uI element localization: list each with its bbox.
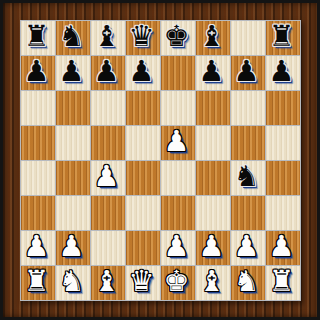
square-g2[interactable]: ♟ xyxy=(231,231,265,265)
square-f4[interactable] xyxy=(196,161,230,195)
piece-white-pawn-f2[interactable]: ♟ xyxy=(199,232,225,261)
piece-black-bishop-c8[interactable]: ♝ xyxy=(94,22,120,51)
piece-white-bishop-f1[interactable]: ♝ xyxy=(199,267,225,296)
piece-black-pawn-a7[interactable]: ♟ xyxy=(24,57,50,86)
square-f3[interactable] xyxy=(196,196,230,230)
piece-black-pawn-h7[interactable]: ♟ xyxy=(269,57,295,86)
piece-white-pawn-g2[interactable]: ♟ xyxy=(234,232,260,261)
square-h8[interactable]: ♜ xyxy=(266,21,300,55)
square-e8[interactable]: ♚ xyxy=(161,21,195,55)
piece-white-bishop-c1[interactable]: ♝ xyxy=(94,267,120,296)
square-b2[interactable]: ♟ xyxy=(56,231,90,265)
square-d8[interactable]: ♛ xyxy=(126,21,160,55)
square-e7[interactable] xyxy=(161,56,195,90)
square-f2[interactable]: ♟ xyxy=(196,231,230,265)
square-h4[interactable] xyxy=(266,161,300,195)
square-a7[interactable]: ♟ xyxy=(21,56,55,90)
square-g5[interactable] xyxy=(231,126,265,160)
square-e6[interactable] xyxy=(161,91,195,125)
square-a1[interactable]: ♜ xyxy=(21,266,55,300)
square-e3[interactable] xyxy=(161,196,195,230)
square-a3[interactable] xyxy=(21,196,55,230)
square-g4[interactable]: ♞ xyxy=(231,161,265,195)
square-f5[interactable] xyxy=(196,126,230,160)
piece-black-bishop-f8[interactable]: ♝ xyxy=(199,22,225,51)
square-e1[interactable]: ♚ xyxy=(161,266,195,300)
piece-black-rook-h8[interactable]: ♜ xyxy=(269,22,295,51)
square-f6[interactable] xyxy=(196,91,230,125)
square-d7[interactable]: ♟ xyxy=(126,56,160,90)
photo-frame: ♜♞♝♛♚♝♜♟♟♟♟♟♟♟♟♟♞♟♟♟♟♟♟♜♞♝♛♚♝♞♜ xyxy=(0,0,320,320)
piece-black-pawn-g7[interactable]: ♟ xyxy=(234,57,260,86)
piece-black-knight-b8[interactable]: ♞ xyxy=(59,22,85,51)
piece-white-knight-g1[interactable]: ♞ xyxy=(234,267,260,296)
piece-white-rook-h1[interactable]: ♜ xyxy=(269,267,295,296)
piece-white-pawn-e2[interactable]: ♟ xyxy=(164,232,190,261)
piece-black-rook-a8[interactable]: ♜ xyxy=(24,22,50,51)
square-a2[interactable]: ♟ xyxy=(21,231,55,265)
piece-white-pawn-c4[interactable]: ♟ xyxy=(94,162,120,191)
square-b5[interactable] xyxy=(56,126,90,160)
square-a8[interactable]: ♜ xyxy=(21,21,55,55)
square-h7[interactable]: ♟ xyxy=(266,56,300,90)
square-f7[interactable]: ♟ xyxy=(196,56,230,90)
square-f8[interactable]: ♝ xyxy=(196,21,230,55)
square-f1[interactable]: ♝ xyxy=(196,266,230,300)
square-c5[interactable] xyxy=(91,126,125,160)
square-c4[interactable]: ♟ xyxy=(91,161,125,195)
square-d4[interactable] xyxy=(126,161,160,195)
piece-black-pawn-f7[interactable]: ♟ xyxy=(199,57,225,86)
square-d2[interactable] xyxy=(126,231,160,265)
piece-white-pawn-a2[interactable]: ♟ xyxy=(24,232,50,261)
square-d5[interactable] xyxy=(126,126,160,160)
square-b6[interactable] xyxy=(56,91,90,125)
square-b1[interactable]: ♞ xyxy=(56,266,90,300)
piece-white-rook-a1[interactable]: ♜ xyxy=(24,267,50,296)
square-d6[interactable] xyxy=(126,91,160,125)
square-c1[interactable]: ♝ xyxy=(91,266,125,300)
square-g1[interactable]: ♞ xyxy=(231,266,265,300)
square-h3[interactable] xyxy=(266,196,300,230)
square-d3[interactable] xyxy=(126,196,160,230)
piece-black-pawn-d7[interactable]: ♟ xyxy=(129,57,155,86)
square-c3[interactable] xyxy=(91,196,125,230)
square-c2[interactable] xyxy=(91,231,125,265)
square-b3[interactable] xyxy=(56,196,90,230)
square-b4[interactable] xyxy=(56,161,90,195)
piece-black-queen-d8[interactable]: ♛ xyxy=(129,22,155,51)
square-g8[interactable] xyxy=(231,21,265,55)
square-c6[interactable] xyxy=(91,91,125,125)
square-h5[interactable] xyxy=(266,126,300,160)
square-g3[interactable] xyxy=(231,196,265,230)
square-b7[interactable]: ♟ xyxy=(56,56,90,90)
square-g7[interactable]: ♟ xyxy=(231,56,265,90)
piece-white-pawn-b2[interactable]: ♟ xyxy=(59,232,85,261)
square-c7[interactable]: ♟ xyxy=(91,56,125,90)
piece-black-knight-g4[interactable]: ♞ xyxy=(234,162,260,191)
square-a4[interactable] xyxy=(21,161,55,195)
piece-white-queen-d1[interactable]: ♛ xyxy=(129,267,155,296)
square-h1[interactable]: ♜ xyxy=(266,266,300,300)
chess-board: ♜♞♝♛♚♝♜♟♟♟♟♟♟♟♟♟♞♟♟♟♟♟♟♜♞♝♛♚♝♞♜ xyxy=(20,20,301,301)
wooden-frame: ♜♞♝♛♚♝♜♟♟♟♟♟♟♟♟♟♞♟♟♟♟♟♟♜♞♝♛♚♝♞♜ xyxy=(3,3,317,317)
square-d1[interactable]: ♛ xyxy=(126,266,160,300)
square-e4[interactable] xyxy=(161,161,195,195)
piece-black-pawn-b7[interactable]: ♟ xyxy=(59,57,85,86)
piece-white-king-e1[interactable]: ♚ xyxy=(164,267,190,296)
square-h2[interactable]: ♟ xyxy=(266,231,300,265)
piece-white-pawn-e5[interactable]: ♟ xyxy=(164,127,190,156)
square-a5[interactable] xyxy=(21,126,55,160)
square-c8[interactable]: ♝ xyxy=(91,21,125,55)
piece-white-knight-b1[interactable]: ♞ xyxy=(59,267,85,296)
piece-white-pawn-h2[interactable]: ♟ xyxy=(269,232,295,261)
square-e5[interactable]: ♟ xyxy=(161,126,195,160)
square-b8[interactable]: ♞ xyxy=(56,21,90,55)
square-a6[interactable] xyxy=(21,91,55,125)
piece-black-pawn-c7[interactable]: ♟ xyxy=(94,57,120,86)
piece-black-king-e8[interactable]: ♚ xyxy=(164,22,190,51)
square-g6[interactable] xyxy=(231,91,265,125)
square-h6[interactable] xyxy=(266,91,300,125)
square-e2[interactable]: ♟ xyxy=(161,231,195,265)
